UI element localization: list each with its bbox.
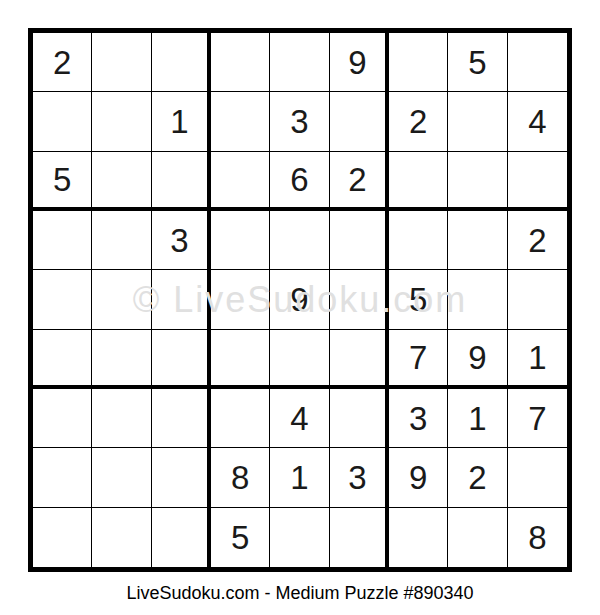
cell-r7c2[interactable] [92, 389, 151, 448]
cell-r2c7[interactable]: 2 [389, 92, 448, 151]
cell-r5c5[interactable]: 9 [270, 270, 329, 329]
cell-r9c4[interactable]: 5 [211, 508, 270, 567]
cell-r3c6[interactable]: 2 [330, 152, 389, 211]
sudoku-board: 2951324562329579143178139258 [28, 28, 572, 572]
cell-r1c4[interactable] [211, 33, 270, 92]
cell-r1c8[interactable]: 5 [448, 33, 507, 92]
cell-r3c7[interactable] [389, 152, 448, 211]
cell-r8c8[interactable]: 2 [448, 448, 507, 507]
cell-r7c1[interactable] [33, 389, 92, 448]
cell-r4c1[interactable] [33, 211, 92, 270]
board-area: 2951324562329579143178139258 © LiveSudok… [28, 28, 572, 572]
cell-r4c2[interactable] [92, 211, 151, 270]
cell-r6c4[interactable] [211, 330, 270, 389]
cell-r8c1[interactable] [33, 448, 92, 507]
cell-r2c8[interactable] [448, 92, 507, 151]
cell-r9c6[interactable] [330, 508, 389, 567]
cell-r6c7[interactable]: 7 [389, 330, 448, 389]
cell-r5c7[interactable]: 5 [389, 270, 448, 329]
cell-r1c1[interactable]: 2 [33, 33, 92, 92]
sudoku-page: 2951324562329579143178139258 © LiveSudok… [0, 0, 600, 615]
cell-r4c5[interactable] [270, 211, 329, 270]
cell-r2c1[interactable] [33, 92, 92, 151]
cell-r2c5[interactable]: 3 [270, 92, 329, 151]
cell-r6c1[interactable] [33, 330, 92, 389]
cell-r8c7[interactable]: 9 [389, 448, 448, 507]
cell-r3c1[interactable]: 5 [33, 152, 92, 211]
cell-r4c6[interactable] [330, 211, 389, 270]
cell-r1c9[interactable] [508, 33, 567, 92]
cell-r5c9[interactable] [508, 270, 567, 329]
cell-r3c9[interactable] [508, 152, 567, 211]
cell-r7c7[interactable]: 3 [389, 389, 448, 448]
cell-r5c6[interactable] [330, 270, 389, 329]
cell-r9c5[interactable] [270, 508, 329, 567]
cell-r4c4[interactable] [211, 211, 270, 270]
cell-r9c8[interactable] [448, 508, 507, 567]
cell-r7c9[interactable]: 7 [508, 389, 567, 448]
cell-r6c2[interactable] [92, 330, 151, 389]
cell-r8c9[interactable] [508, 448, 567, 507]
cell-r1c3[interactable] [152, 33, 211, 92]
cell-r8c6[interactable]: 3 [330, 448, 389, 507]
cell-r6c9[interactable]: 1 [508, 330, 567, 389]
cell-r2c9[interactable]: 4 [508, 92, 567, 151]
cell-r9c7[interactable] [389, 508, 448, 567]
cell-r8c3[interactable] [152, 448, 211, 507]
cell-r1c5[interactable] [270, 33, 329, 92]
cell-r8c2[interactable] [92, 448, 151, 507]
cell-r1c6[interactable]: 9 [330, 33, 389, 92]
cell-r4c7[interactable] [389, 211, 448, 270]
cell-r2c3[interactable]: 1 [152, 92, 211, 151]
cell-r9c9[interactable]: 8 [508, 508, 567, 567]
cell-r9c3[interactable] [152, 508, 211, 567]
cell-r5c8[interactable] [448, 270, 507, 329]
cell-r7c6[interactable] [330, 389, 389, 448]
cell-r6c8[interactable]: 9 [448, 330, 507, 389]
cell-r7c4[interactable] [211, 389, 270, 448]
cell-r3c2[interactable] [92, 152, 151, 211]
cell-r8c4[interactable]: 8 [211, 448, 270, 507]
cell-r9c1[interactable] [33, 508, 92, 567]
cell-r3c3[interactable] [152, 152, 211, 211]
cell-r7c8[interactable]: 1 [448, 389, 507, 448]
cell-r6c6[interactable] [330, 330, 389, 389]
cell-r5c2[interactable] [92, 270, 151, 329]
cell-r7c5[interactable]: 4 [270, 389, 329, 448]
cell-r5c1[interactable] [33, 270, 92, 329]
cell-r4c3[interactable]: 3 [152, 211, 211, 270]
cell-r4c8[interactable] [448, 211, 507, 270]
cell-r2c6[interactable] [330, 92, 389, 151]
cell-r3c5[interactable]: 6 [270, 152, 329, 211]
cell-r7c3[interactable] [152, 389, 211, 448]
cell-r5c4[interactable] [211, 270, 270, 329]
puzzle-caption: LiveSudoku.com - Medium Puzzle #890340 [0, 583, 600, 604]
cell-r9c2[interactable] [92, 508, 151, 567]
cell-r4c9[interactable]: 2 [508, 211, 567, 270]
cell-r6c5[interactable] [270, 330, 329, 389]
cell-r1c2[interactable] [92, 33, 151, 92]
cell-r2c4[interactable] [211, 92, 270, 151]
cell-r3c4[interactable] [211, 152, 270, 211]
cell-r3c8[interactable] [448, 152, 507, 211]
cell-r8c5[interactable]: 1 [270, 448, 329, 507]
cell-r1c7[interactable] [389, 33, 448, 92]
cell-r6c3[interactable] [152, 330, 211, 389]
cell-r5c3[interactable] [152, 270, 211, 329]
cell-r2c2[interactable] [92, 92, 151, 151]
